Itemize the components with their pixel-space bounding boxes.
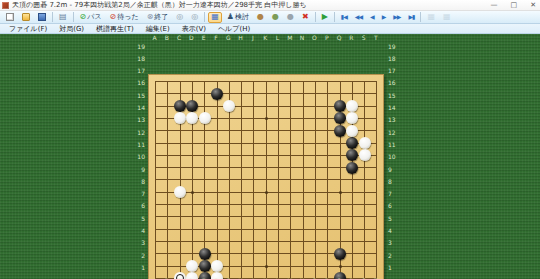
zoom-in-button[interactable]: ◎	[173, 12, 186, 23]
row-label-left: 2	[135, 253, 145, 259]
zoom-out-button[interactable]: ◎	[188, 12, 201, 23]
new-file-icon	[6, 13, 14, 21]
column-label-top: G	[223, 35, 233, 41]
black-stone-R14[interactable]	[346, 137, 358, 149]
extra-tool-1-button[interactable]: ▦	[424, 12, 438, 23]
undo-button[interactable]: ⊘待った	[107, 12, 142, 23]
nav-last-icon: ▶▮	[408, 13, 414, 21]
grid-line-horizontal	[155, 204, 377, 205]
row-label-right: 13	[388, 117, 398, 123]
new-button[interactable]	[3, 12, 17, 23]
black-stone-Q16[interactable]	[334, 112, 346, 124]
grid-line-vertical	[290, 81, 291, 279]
row-label-right: 12	[388, 130, 398, 136]
end-game-button[interactable]: ⊗終了	[144, 12, 172, 23]
column-label-top: D	[186, 35, 196, 41]
row-label-right: 7	[388, 191, 398, 197]
row-label-right: 18	[388, 56, 398, 62]
row-label-right: 17	[388, 68, 398, 74]
row-label-left: 19	[135, 44, 145, 50]
toolbar-separator	[334, 12, 335, 22]
black-stone-Q15[interactable]	[334, 125, 346, 137]
row-label-left: 17	[135, 68, 145, 74]
grid-line-vertical	[315, 81, 316, 279]
move-first-button[interactable]: ▮◀	[338, 12, 350, 23]
black-stone-Q17[interactable]	[334, 100, 346, 112]
nav-first-icon: ▮◀	[341, 13, 347, 21]
row-label-left: 5	[135, 216, 145, 222]
column-label-top: L	[273, 35, 283, 41]
black-stone-F18[interactable]	[211, 88, 223, 100]
open-folder-icon	[22, 13, 30, 21]
menu-help[interactable]: ヘルプ(H)	[212, 24, 256, 34]
column-label-top: H	[236, 35, 246, 41]
forward-10-button[interactable]: ▶▶	[390, 12, 403, 23]
end-icon: ⊗	[147, 13, 154, 21]
delete-button[interactable]: ✖	[299, 12, 312, 23]
save-icon	[38, 13, 46, 21]
titlebar: 天頂の囲碁 7.2m - 79本因坊戦第2局／余正麒（黒）対一力遼本因坊／298…	[0, 0, 540, 11]
save-button[interactable]	[35, 12, 49, 23]
end-game-label: 終了	[154, 12, 168, 22]
toolbar-separator	[315, 12, 316, 22]
white-stone-D16[interactable]	[186, 112, 198, 124]
pass-label: パス	[87, 12, 101, 22]
back-1-button[interactable]: ◀	[367, 12, 377, 23]
maximize-button[interactable]: □	[511, 0, 518, 11]
column-label-top: K	[260, 35, 270, 41]
white-stone-S13[interactable]	[359, 149, 371, 161]
forward-1-button[interactable]: ▶	[379, 12, 389, 23]
move-last-button[interactable]: ▶▮	[405, 12, 417, 23]
close-button[interactable]: ✕	[530, 0, 536, 11]
menubar: ファイル(F)対局(G)棋譜再生(T)編集(E)表示(V)ヘルプ(H)	[0, 24, 540, 34]
column-label-top: O	[309, 35, 319, 41]
menu-view[interactable]: 表示(V)	[176, 24, 212, 34]
menu-file[interactable]: ファイル(F)	[3, 24, 53, 34]
black-stone-R13[interactable]	[346, 149, 358, 161]
grid-line-horizontal	[155, 229, 377, 230]
grid-line-horizontal	[155, 241, 377, 242]
star-point	[339, 265, 342, 268]
nav-prev10-icon: ◀◀	[355, 13, 362, 21]
menu-game[interactable]: 対局(G)	[53, 24, 90, 34]
column-label-top: B	[162, 35, 172, 41]
column-label-top: F	[211, 35, 221, 41]
black-stone-E4[interactable]	[199, 260, 211, 272]
column-label-top: R	[346, 35, 356, 41]
board-icon: ▦	[211, 13, 219, 21]
grid-line-vertical	[327, 81, 328, 279]
app-icon	[2, 2, 9, 9]
star-point	[265, 117, 268, 120]
row-label-left: 13	[135, 117, 145, 123]
delete-icon: ✖	[302, 13, 309, 21]
row-label-right: 4	[388, 228, 398, 234]
go-board[interactable]	[148, 74, 384, 279]
undo-icon: ⊘	[110, 13, 117, 21]
stones-bowl-gray-button[interactable]: ●	[284, 12, 297, 23]
row-label-right: 10	[388, 154, 398, 160]
white-stone-R17[interactable]	[346, 100, 358, 112]
menu-edit[interactable]: 編集(E)	[140, 24, 176, 34]
extra-tool-2-button[interactable]: ▦	[440, 12, 454, 23]
toolbar-separator	[204, 12, 205, 22]
row-label-right: 3	[388, 240, 398, 246]
board-view-button[interactable]: ▦	[208, 12, 222, 23]
undo-label: 待った	[117, 12, 138, 22]
grid-icon: ▦	[443, 13, 451, 21]
row-label-left: 1	[135, 265, 145, 271]
row-label-left: 8	[135, 179, 145, 185]
column-label-top: M	[285, 35, 295, 41]
grid-line-vertical	[376, 81, 377, 279]
white-stone-D4[interactable]	[186, 260, 198, 272]
toolbar-separator	[420, 12, 421, 22]
open-button[interactable]	[19, 12, 33, 23]
application-window: 天頂の囲碁 7.2m - 79本因坊戦第2局／余正麒（黒）対一力遼本因坊／298…	[0, 0, 540, 279]
grid-line-vertical	[278, 81, 279, 279]
row-label-right: 1	[388, 265, 398, 271]
print-icon: ▤	[59, 13, 67, 21]
column-label-top: T	[371, 35, 381, 41]
nav-next10-icon: ▶▶	[393, 13, 400, 21]
star-point	[265, 191, 268, 194]
row-label-left: 16	[135, 80, 145, 86]
minimize-button[interactable]: —	[491, 0, 498, 11]
grid-line-vertical	[303, 81, 304, 279]
column-label-top: C	[174, 35, 184, 41]
stone-gray-icon: ●	[287, 13, 294, 21]
grid-line-vertical	[364, 81, 365, 279]
black-stone-D17[interactable]	[186, 100, 198, 112]
row-label-right: 14	[388, 105, 398, 111]
row-label-left: 10	[135, 154, 145, 160]
nav-next-icon: ▶	[382, 13, 386, 21]
back-10-button[interactable]: ◀◀	[352, 12, 365, 23]
row-label-left: 7	[135, 191, 145, 197]
row-label-left: 15	[135, 93, 145, 99]
white-stone-C10[interactable]	[174, 186, 186, 198]
column-label-top: J	[248, 35, 258, 41]
stone-brown-icon: ●	[257, 13, 264, 21]
row-label-left: 12	[135, 130, 145, 136]
play-icon: ▶	[322, 13, 328, 21]
toolbar-separator	[52, 12, 53, 22]
row-label-right: 8	[388, 179, 398, 185]
stones-bowl-green-button[interactable]: ●	[269, 12, 282, 23]
white-stone-C16[interactable]	[174, 112, 186, 124]
row-label-right: 15	[388, 93, 398, 99]
star-point	[265, 265, 268, 268]
row-label-right: 9	[388, 167, 398, 173]
play-button[interactable]: ▶	[319, 12, 331, 23]
white-stone-R15[interactable]	[346, 125, 358, 137]
black-stone-R12[interactable]	[346, 162, 358, 174]
client-area: AABBCCDDEEFFGGHHJJKKLLMMNNOOPPQQRRSSTT19…	[0, 34, 540, 279]
row-label-right: 2	[388, 253, 398, 259]
row-label-right: 19	[388, 44, 398, 50]
row-label-right: 5	[388, 216, 398, 222]
menu-replay[interactable]: 棋譜再生(T)	[90, 24, 140, 34]
grid-line-horizontal	[155, 216, 377, 217]
row-label-left: 14	[135, 105, 145, 111]
stones-bowl-brown-button[interactable]: ●	[254, 12, 267, 23]
row-label-right: 6	[388, 203, 398, 209]
window-title: 天頂の囲碁 7.2m - 79本因坊戦第2局／余正麒（黒）対一力遼本因坊／298…	[12, 0, 307, 10]
person-icon: ♟	[227, 13, 234, 21]
white-stone-R16[interactable]	[346, 112, 358, 124]
nav-prev-icon: ◀	[370, 13, 374, 21]
magnifier-icon: ◎	[176, 13, 183, 21]
white-stone-E16[interactable]	[199, 112, 211, 124]
column-label-top: S	[359, 35, 369, 41]
white-stone-S14[interactable]	[359, 137, 371, 149]
column-label-top: E	[199, 35, 209, 41]
row-label-left: 3	[135, 240, 145, 246]
row-label-left: 4	[135, 228, 145, 234]
column-label-top: N	[297, 35, 307, 41]
magnifier-icon: ◎	[191, 13, 198, 21]
row-label-right: 11	[388, 142, 398, 148]
window-controls: — □ ✕	[491, 0, 537, 11]
row-label-left: 6	[135, 203, 145, 209]
review-button[interactable]: ♟検討	[224, 12, 252, 23]
white-stone-F4[interactable]	[211, 260, 223, 272]
column-label-top: P	[322, 35, 332, 41]
row-label-left: 9	[135, 167, 145, 173]
black-stone-Q5[interactable]	[334, 248, 346, 260]
black-stone-E5[interactable]	[199, 248, 211, 260]
row-label-left: 18	[135, 56, 145, 62]
column-label-top: Q	[334, 35, 344, 41]
stone-green-icon: ●	[272, 13, 279, 21]
print-button[interactable]: ▤	[56, 12, 70, 23]
grid-line-vertical	[266, 81, 267, 279]
grid-icon: ▦	[427, 13, 435, 21]
star-point	[191, 191, 194, 194]
column-label-top: A	[150, 35, 160, 41]
star-point	[339, 191, 342, 194]
black-stone-C17[interactable]	[174, 100, 186, 112]
white-stone-G17[interactable]	[223, 100, 235, 112]
toolbar-separator	[73, 12, 74, 22]
review-label: 検討	[235, 12, 249, 22]
pass-icon: ⊘	[80, 13, 87, 21]
pass-button[interactable]: ⊘パス	[77, 12, 105, 23]
row-label-left: 11	[135, 142, 145, 148]
row-label-right: 16	[388, 80, 398, 86]
toolbar: ▤⊘パス⊘待った⊗終了◎◎▦♟検討●●●✖▶▮◀◀◀◀▶▶▶▶▮▦▦	[0, 11, 540, 24]
